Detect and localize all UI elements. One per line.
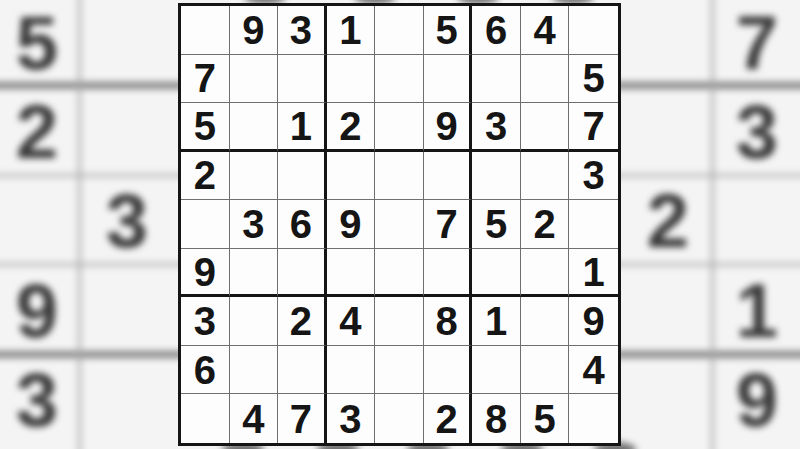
cell-r6c1[interactable]: 9	[181, 249, 230, 298]
cell-r9c8[interactable]: 5	[521, 394, 570, 443]
cell-r1c1[interactable]	[181, 6, 230, 55]
cell-r1c3[interactable]: 3	[278, 6, 327, 55]
cell-r2c3[interactable]	[278, 55, 327, 104]
cell-r6c8[interactable]	[521, 249, 570, 298]
cell-r3c7[interactable]: 3	[472, 103, 521, 152]
cell-r9c9[interactable]	[569, 394, 618, 443]
cell-r4c6[interactable]	[424, 152, 473, 201]
cell-r9c7[interactable]: 8	[472, 394, 521, 443]
cell-r3c3[interactable]: 1	[278, 103, 327, 152]
cell-r6c2[interactable]	[230, 249, 279, 298]
cell-r6c9[interactable]: 1	[569, 249, 618, 298]
cell-r2c9[interactable]: 5	[569, 55, 618, 104]
cell-r9c6[interactable]: 2	[424, 394, 473, 443]
cell-r4c4[interactable]	[327, 152, 376, 201]
cell-r9c2[interactable]: 4	[230, 394, 279, 443]
cell-r1c2[interactable]: 9	[230, 6, 279, 55]
cell-r6c7[interactable]	[472, 249, 521, 298]
cell-r8c4[interactable]	[327, 346, 376, 395]
cell-r9c4[interactable]: 3	[327, 394, 376, 443]
cell-r2c7[interactable]	[472, 55, 521, 104]
background-digit: 3	[736, 94, 778, 170]
cell-r3c9[interactable]: 7	[569, 103, 618, 152]
cell-r4c9[interactable]: 3	[569, 152, 618, 201]
cell-r3c8[interactable]	[521, 103, 570, 152]
bg-cell-line-vertical	[711, 0, 714, 449]
cell-r5c2[interactable]: 3	[230, 200, 279, 249]
bg-cell-line-vertical	[78, 0, 81, 449]
cell-r7c4[interactable]: 4	[327, 297, 376, 346]
cell-r5c4[interactable]: 9	[327, 200, 376, 249]
cell-r3c1[interactable]: 5	[181, 103, 230, 152]
background-digit: 3	[106, 183, 148, 259]
cell-r7c5[interactable]	[375, 297, 424, 346]
cell-r2c4[interactable]	[327, 55, 376, 104]
cell-r7c8[interactable]	[521, 297, 570, 346]
cell-r4c1[interactable]: 2	[181, 152, 230, 201]
cell-r7c1[interactable]: 3	[181, 297, 230, 346]
background-digit: 2	[647, 183, 689, 259]
cell-r8c9[interactable]: 4	[569, 346, 618, 395]
background-digit: 3	[16, 362, 58, 438]
cell-r9c3[interactable]: 7	[278, 394, 327, 443]
cell-r1c4[interactable]: 1	[327, 6, 376, 55]
cell-r4c2[interactable]	[230, 152, 279, 201]
cell-r7c3[interactable]: 2	[278, 297, 327, 346]
cell-r6c5[interactable]	[375, 249, 424, 298]
cell-r8c8[interactable]	[521, 346, 570, 395]
cell-r3c6[interactable]: 9	[424, 103, 473, 152]
cell-r1c6[interactable]: 5	[424, 6, 473, 55]
background-digit: 7	[736, 5, 778, 81]
cell-r5c5[interactable]	[375, 200, 424, 249]
sudoku-screenshot: 5239373219 93156475512937233697529132481…	[0, 0, 800, 449]
cell-r5c6[interactable]: 7	[424, 200, 473, 249]
cell-r9c5[interactable]	[375, 394, 424, 443]
cell-r8c5[interactable]	[375, 346, 424, 395]
cell-r4c8[interactable]	[521, 152, 570, 201]
sudoku-grid: 93156475512937233697529132481964473285	[178, 3, 621, 446]
cell-r6c6[interactable]	[424, 249, 473, 298]
cell-r5c1[interactable]	[181, 200, 230, 249]
cell-r8c7[interactable]	[472, 346, 521, 395]
cell-r2c2[interactable]	[230, 55, 279, 104]
cell-r8c1[interactable]: 6	[181, 346, 230, 395]
cell-r4c7[interactable]	[472, 152, 521, 201]
cell-r3c5[interactable]	[375, 103, 424, 152]
cell-r5c8[interactable]: 2	[521, 200, 570, 249]
cell-r5c3[interactable]: 6	[278, 200, 327, 249]
cell-r8c3[interactable]	[278, 346, 327, 395]
cell-r2c5[interactable]	[375, 55, 424, 104]
cell-r5c9[interactable]	[569, 200, 618, 249]
cell-r1c7[interactable]: 6	[472, 6, 521, 55]
cell-r3c4[interactable]: 2	[327, 103, 376, 152]
cell-r2c6[interactable]	[424, 55, 473, 104]
cell-r2c1[interactable]: 7	[181, 55, 230, 104]
cell-r7c9[interactable]: 9	[569, 297, 618, 346]
cell-r6c4[interactable]	[327, 249, 376, 298]
background-digit: 9	[16, 273, 58, 349]
background-digit: 5	[16, 5, 58, 81]
cell-r7c7[interactable]: 1	[472, 297, 521, 346]
cell-r3c2[interactable]	[230, 103, 279, 152]
cell-r4c5[interactable]	[375, 152, 424, 201]
cell-r7c6[interactable]: 8	[424, 297, 473, 346]
cell-r4c3[interactable]	[278, 152, 327, 201]
cell-r6c3[interactable]	[278, 249, 327, 298]
cell-r1c9[interactable]	[569, 6, 618, 55]
cell-r9c1[interactable]	[181, 394, 230, 443]
cell-r1c5[interactable]	[375, 6, 424, 55]
cell-r2c8[interactable]	[521, 55, 570, 104]
background-digit: 1	[736, 273, 778, 349]
background-digit: 2	[16, 94, 58, 170]
cell-r1c8[interactable]: 4	[521, 6, 570, 55]
background-digit: 9	[736, 362, 778, 438]
cell-r7c2[interactable]	[230, 297, 279, 346]
cell-r8c2[interactable]	[230, 346, 279, 395]
cell-r8c6[interactable]	[424, 346, 473, 395]
cell-r5c7[interactable]: 5	[472, 200, 521, 249]
